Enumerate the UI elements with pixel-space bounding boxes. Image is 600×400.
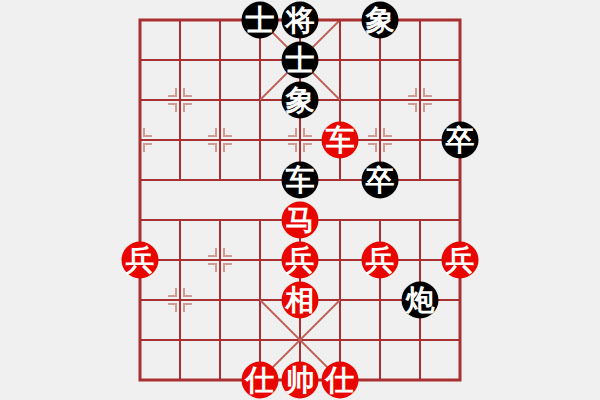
red-advisor[interactable]: 仕 — [322, 362, 359, 399]
red-soldier[interactable]: 兵 — [362, 242, 399, 279]
red-advisor[interactable]: 仕 — [242, 362, 279, 399]
black-elephant[interactable]: 象 — [362, 2, 399, 39]
red-elephant[interactable]: 相 — [282, 282, 319, 319]
pieces-layer: 士将象士象车卒车卒马兵兵兵兵相炮仕帅仕 — [0, 0, 600, 400]
xiangqi-board[interactable]: 士将象士象车卒车卒马兵兵兵兵相炮仕帅仕 — [0, 0, 600, 400]
red-horse[interactable]: 马 — [282, 202, 319, 239]
red-soldier[interactable]: 兵 — [282, 242, 319, 279]
red-chariot[interactable]: 车 — [322, 122, 359, 159]
black-soldier[interactable]: 卒 — [362, 162, 399, 199]
black-chariot[interactable]: 车 — [282, 162, 319, 199]
red-soldier[interactable]: 兵 — [442, 242, 479, 279]
black-elephant[interactable]: 象 — [282, 82, 319, 119]
black-general[interactable]: 将 — [282, 2, 319, 39]
red-general[interactable]: 帅 — [282, 362, 319, 399]
red-soldier[interactable]: 兵 — [122, 242, 159, 279]
black-soldier[interactable]: 卒 — [442, 122, 479, 159]
xiangqi-app: 士将象士象车卒车卒马兵兵兵兵相炮仕帅仕 — [0, 0, 600, 400]
black-advisor[interactable]: 士 — [282, 42, 319, 79]
black-advisor[interactable]: 士 — [242, 2, 279, 39]
black-cannon[interactable]: 炮 — [402, 282, 439, 319]
